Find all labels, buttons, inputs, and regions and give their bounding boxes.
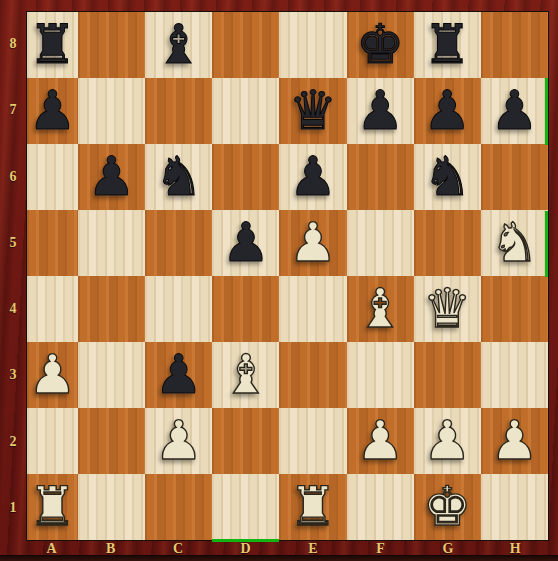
square-b6[interactable]: ♟ — [78, 144, 145, 210]
square-f6[interactable] — [347, 144, 414, 210]
piece-white-pawn[interactable]: ♟ — [490, 414, 538, 468]
square-e8[interactable] — [279, 12, 346, 78]
square-h4[interactable] — [481, 276, 548, 342]
square-c6[interactable]: ♞ — [145, 144, 212, 210]
piece-black-pawn[interactable]: ♟ — [490, 84, 538, 138]
square-f1[interactable] — [347, 474, 414, 540]
piece-black-knight[interactable]: ♞ — [155, 150, 203, 204]
square-d6[interactable] — [212, 144, 279, 210]
square-e3[interactable] — [279, 342, 346, 408]
square-c2[interactable]: ♟ — [145, 408, 212, 474]
highlight-h7-right — [545, 78, 548, 144]
square-a1[interactable]: ♜ — [27, 474, 78, 540]
file-label-e: E — [279, 541, 346, 556]
file-label-a: A — [26, 541, 77, 556]
square-g3[interactable] — [414, 342, 481, 408]
file-labels: ABCDEFGH — [26, 541, 549, 556]
piece-white-queen[interactable]: ♛ — [423, 282, 471, 336]
square-b1[interactable] — [78, 474, 145, 540]
rank-label-8: 8 — [0, 11, 26, 77]
piece-black-knight[interactable]: ♞ — [423, 150, 471, 204]
square-e1[interactable]: ♜ — [279, 474, 346, 540]
piece-black-pawn[interactable]: ♟ — [289, 150, 337, 204]
piece-black-rook[interactable]: ♜ — [28, 18, 76, 72]
square-e4[interactable] — [279, 276, 346, 342]
rank-labels: 87654321 — [0, 11, 26, 541]
bottom-edge-strip — [0, 555, 558, 561]
piece-black-rook[interactable]: ♜ — [423, 18, 471, 72]
square-b2[interactable] — [78, 408, 145, 474]
file-label-g: G — [414, 541, 481, 556]
square-g2[interactable]: ♟ — [414, 408, 481, 474]
square-h1[interactable] — [481, 474, 548, 540]
piece-white-king[interactable]: ♚ — [423, 480, 471, 534]
piece-white-bishop[interactable]: ♝ — [356, 282, 404, 336]
square-d7[interactable] — [212, 78, 279, 144]
square-d5[interactable]: ♟ — [212, 210, 279, 276]
rank-label-6: 6 — [0, 144, 26, 210]
square-d4[interactable] — [212, 276, 279, 342]
square-h6[interactable] — [481, 144, 548, 210]
square-e7[interactable]: ♛ — [279, 78, 346, 144]
square-a8[interactable]: ♜ — [27, 12, 78, 78]
piece-black-pawn[interactable]: ♟ — [356, 84, 404, 138]
piece-white-pawn[interactable]: ♟ — [423, 414, 471, 468]
piece-white-rook[interactable]: ♜ — [289, 480, 337, 534]
piece-white-pawn[interactable]: ♟ — [155, 414, 203, 468]
highlight-h5-right — [545, 211, 548, 277]
square-b4[interactable] — [78, 276, 145, 342]
piece-black-king[interactable]: ♚ — [356, 18, 404, 72]
square-c7[interactable] — [145, 78, 212, 144]
rank-label-3: 3 — [0, 342, 26, 408]
square-c8[interactable]: ♝ — [145, 12, 212, 78]
square-a3[interactable]: ♟ — [27, 342, 78, 408]
rank-label-1: 1 — [0, 475, 26, 541]
file-label-h: H — [482, 541, 549, 556]
square-a2[interactable] — [27, 408, 78, 474]
rank-label-2: 2 — [0, 409, 26, 475]
chess-board: ♜♝♚♜♟♛♟♟♟♟♞♟♞♟♟♞♝♛♟♟♝♟♟♟♟♜♜♚ — [26, 11, 549, 541]
piece-black-pawn[interactable]: ♟ — [87, 150, 135, 204]
square-a5[interactable] — [27, 210, 78, 276]
square-b7[interactable] — [78, 78, 145, 144]
square-g5[interactable] — [414, 210, 481, 276]
piece-white-pawn[interactable]: ♟ — [289, 216, 337, 270]
piece-white-pawn[interactable]: ♟ — [28, 348, 76, 402]
square-f5[interactable] — [347, 210, 414, 276]
square-c3[interactable]: ♟ — [145, 342, 212, 408]
square-g7[interactable]: ♟ — [414, 78, 481, 144]
square-d2[interactable] — [212, 408, 279, 474]
square-a4[interactable] — [27, 276, 78, 342]
square-c1[interactable] — [145, 474, 212, 540]
square-g4[interactable]: ♛ — [414, 276, 481, 342]
square-e5[interactable]: ♟ — [279, 210, 346, 276]
square-h7[interactable]: ♟ — [481, 78, 548, 144]
file-label-b: B — [77, 541, 144, 556]
piece-black-pawn[interactable]: ♟ — [28, 84, 76, 138]
square-e2[interactable] — [279, 408, 346, 474]
square-h2[interactable]: ♟ — [481, 408, 548, 474]
piece-black-pawn[interactable]: ♟ — [222, 216, 270, 270]
square-f2[interactable]: ♟ — [347, 408, 414, 474]
square-b3[interactable] — [78, 342, 145, 408]
square-d1[interactable] — [212, 474, 279, 540]
rank-label-5: 5 — [0, 210, 26, 276]
square-g8[interactable]: ♜ — [414, 12, 481, 78]
square-g1[interactable]: ♚ — [414, 474, 481, 540]
square-d8[interactable] — [212, 12, 279, 78]
piece-white-knight[interactable]: ♞ — [490, 216, 538, 270]
square-h5[interactable]: ♞ — [481, 210, 548, 276]
file-label-c: C — [144, 541, 211, 556]
piece-white-bishop[interactable]: ♝ — [222, 348, 270, 402]
piece-white-pawn[interactable]: ♟ — [356, 414, 404, 468]
square-c4[interactable] — [145, 276, 212, 342]
file-label-f: F — [347, 541, 414, 556]
rank-label-7: 7 — [0, 77, 26, 143]
square-a7[interactable]: ♟ — [27, 78, 78, 144]
rank-label-4: 4 — [0, 276, 26, 342]
square-f3[interactable] — [347, 342, 414, 408]
square-a6[interactable] — [27, 144, 78, 210]
square-f8[interactable]: ♚ — [347, 12, 414, 78]
piece-black-pawn[interactable]: ♟ — [155, 348, 203, 402]
square-h3[interactable] — [481, 342, 548, 408]
piece-white-rook[interactable]: ♜ — [28, 480, 76, 534]
square-d3[interactable]: ♝ — [212, 342, 279, 408]
piece-black-bishop[interactable]: ♝ — [155, 18, 203, 72]
file-label-d: D — [212, 541, 279, 556]
square-h8[interactable] — [481, 12, 548, 78]
board-frame: ♜♝♚♜♟♛♟♟♟♟♞♟♞♟♟♞♝♛♟♟♝♟♟♟♟♜♜♚ 87654321 AB… — [0, 0, 558, 561]
square-e6[interactable]: ♟ — [279, 144, 346, 210]
square-g6[interactable]: ♞ — [414, 144, 481, 210]
square-c5[interactable] — [145, 210, 212, 276]
piece-black-queen[interactable]: ♛ — [289, 84, 337, 138]
piece-black-pawn[interactable]: ♟ — [423, 84, 471, 138]
square-b5[interactable] — [78, 210, 145, 276]
square-f4[interactable]: ♝ — [347, 276, 414, 342]
square-b8[interactable] — [78, 12, 145, 78]
square-f7[interactable]: ♟ — [347, 78, 414, 144]
